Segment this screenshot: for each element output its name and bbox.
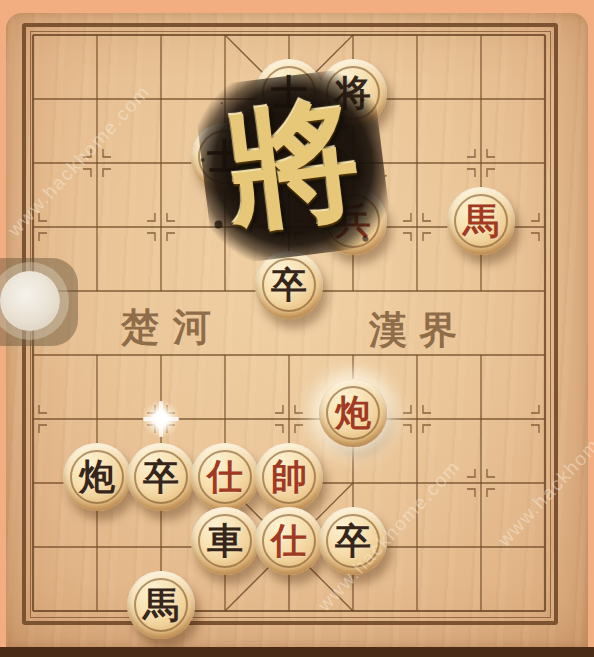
move-origin-sparkle	[141, 399, 181, 439]
piece-red-advisor-2[interactable]: 仕	[255, 507, 323, 575]
floating-side-button[interactable]	[0, 258, 78, 346]
river-label-right: 漢界	[369, 305, 469, 356]
piece-black-horse[interactable]: 馬	[127, 571, 195, 639]
piece-black-soldier-1[interactable]: 卒	[255, 251, 323, 319]
check-badge-glyph: 將	[217, 70, 370, 263]
piece-black-soldier-2[interactable]: 卒	[127, 443, 195, 511]
check-badge: 將	[193, 66, 394, 267]
piece-black-cannon[interactable]: 炮	[63, 443, 131, 511]
piece-red-horse[interactable]: 馬	[447, 187, 515, 255]
river-label-left: 楚河	[121, 302, 225, 353]
piece-red-advisor-1[interactable]: 仕	[191, 443, 259, 511]
game-screen: 楚河 漢界 士将士兵馬卒炮炮卒仕帥車仕卒馬 將 www.hackhome.com…	[0, 0, 594, 657]
piece-red-cannon[interactable]: 炮	[319, 379, 387, 447]
bottom-strip	[0, 647, 594, 657]
piece-red-king[interactable]: 帥	[255, 443, 323, 511]
floating-button-circle-icon	[0, 271, 60, 331]
piece-black-chariot[interactable]: 車	[191, 507, 259, 575]
